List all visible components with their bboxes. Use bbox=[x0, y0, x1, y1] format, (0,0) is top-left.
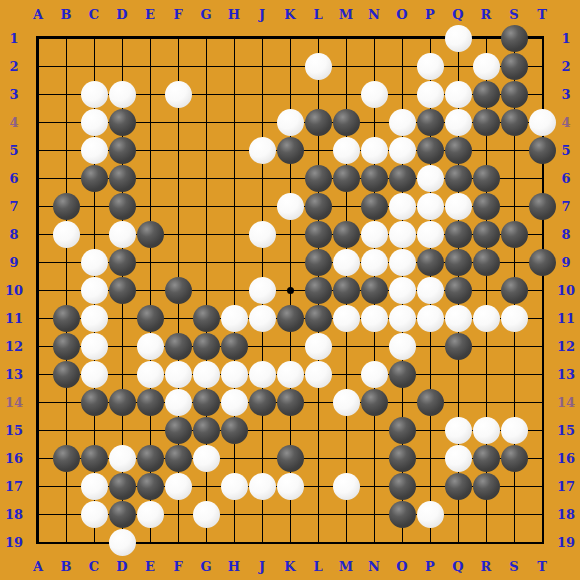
intersection-E12[interactable] bbox=[136, 332, 164, 360]
intersection-F17[interactable] bbox=[164, 472, 192, 500]
intersection-C5[interactable] bbox=[80, 136, 108, 164]
intersection-C2[interactable] bbox=[80, 52, 108, 80]
intersection-B9[interactable] bbox=[52, 248, 80, 276]
intersection-L4[interactable] bbox=[304, 108, 332, 136]
intersection-M15[interactable] bbox=[332, 416, 360, 444]
intersection-P17[interactable] bbox=[416, 472, 444, 500]
intersection-D8[interactable] bbox=[108, 220, 136, 248]
intersection-M14[interactable] bbox=[332, 388, 360, 416]
intersection-N18[interactable] bbox=[360, 500, 388, 528]
intersection-A9[interactable] bbox=[24, 248, 52, 276]
intersection-E9[interactable] bbox=[136, 248, 164, 276]
intersection-D15[interactable] bbox=[108, 416, 136, 444]
intersection-K8[interactable] bbox=[276, 220, 304, 248]
intersection-G15[interactable] bbox=[192, 416, 220, 444]
intersection-J13[interactable] bbox=[248, 360, 276, 388]
intersection-A4[interactable] bbox=[24, 108, 52, 136]
intersection-R7[interactable] bbox=[472, 192, 500, 220]
intersection-N13[interactable] bbox=[360, 360, 388, 388]
intersection-M16[interactable] bbox=[332, 444, 360, 472]
intersection-J10[interactable] bbox=[248, 276, 276, 304]
intersection-O4[interactable] bbox=[388, 108, 416, 136]
intersection-A10[interactable] bbox=[24, 276, 52, 304]
intersection-E3[interactable] bbox=[136, 80, 164, 108]
intersection-H10[interactable] bbox=[220, 276, 248, 304]
intersection-O14[interactable] bbox=[388, 388, 416, 416]
intersection-R3[interactable] bbox=[472, 80, 500, 108]
intersection-H17[interactable] bbox=[220, 472, 248, 500]
intersection-B16[interactable] bbox=[52, 444, 80, 472]
intersection-B15[interactable] bbox=[52, 416, 80, 444]
intersection-L15[interactable] bbox=[304, 416, 332, 444]
intersection-Q7[interactable] bbox=[444, 192, 472, 220]
intersection-G9[interactable] bbox=[192, 248, 220, 276]
intersection-F5[interactable] bbox=[164, 136, 192, 164]
intersection-L18[interactable] bbox=[304, 500, 332, 528]
intersection-O2[interactable] bbox=[388, 52, 416, 80]
intersection-E4[interactable] bbox=[136, 108, 164, 136]
intersection-D14[interactable] bbox=[108, 388, 136, 416]
intersection-S9[interactable] bbox=[500, 248, 528, 276]
intersection-K1[interactable] bbox=[276, 24, 304, 52]
intersection-B5[interactable] bbox=[52, 136, 80, 164]
intersection-M17[interactable] bbox=[332, 472, 360, 500]
intersection-P2[interactable] bbox=[416, 52, 444, 80]
intersection-S1[interactable] bbox=[500, 24, 528, 52]
intersection-E13[interactable] bbox=[136, 360, 164, 388]
intersection-D17[interactable] bbox=[108, 472, 136, 500]
intersection-D1[interactable] bbox=[108, 24, 136, 52]
intersection-F4[interactable] bbox=[164, 108, 192, 136]
intersection-M1[interactable] bbox=[332, 24, 360, 52]
intersection-J2[interactable] bbox=[248, 52, 276, 80]
intersection-B3[interactable] bbox=[52, 80, 80, 108]
intersection-M2[interactable] bbox=[332, 52, 360, 80]
intersection-O11[interactable] bbox=[388, 304, 416, 332]
intersection-J6[interactable] bbox=[248, 164, 276, 192]
intersection-K11[interactable] bbox=[276, 304, 304, 332]
intersection-R6[interactable] bbox=[472, 164, 500, 192]
intersection-C13[interactable] bbox=[80, 360, 108, 388]
intersection-H12[interactable] bbox=[220, 332, 248, 360]
intersection-C15[interactable] bbox=[80, 416, 108, 444]
intersection-F11[interactable] bbox=[164, 304, 192, 332]
intersection-F2[interactable] bbox=[164, 52, 192, 80]
intersection-C16[interactable] bbox=[80, 444, 108, 472]
intersection-S2[interactable] bbox=[500, 52, 528, 80]
intersection-F10[interactable] bbox=[164, 276, 192, 304]
intersection-P11[interactable] bbox=[416, 304, 444, 332]
intersection-O13[interactable] bbox=[388, 360, 416, 388]
intersection-G11[interactable] bbox=[192, 304, 220, 332]
intersection-J4[interactable] bbox=[248, 108, 276, 136]
intersection-A18[interactable] bbox=[24, 500, 52, 528]
intersection-M3[interactable] bbox=[332, 80, 360, 108]
intersection-P16[interactable] bbox=[416, 444, 444, 472]
intersection-A3[interactable] bbox=[24, 80, 52, 108]
intersection-R15[interactable] bbox=[472, 416, 500, 444]
intersection-N1[interactable] bbox=[360, 24, 388, 52]
intersection-A14[interactable] bbox=[24, 388, 52, 416]
intersection-E11[interactable] bbox=[136, 304, 164, 332]
intersection-K16[interactable] bbox=[276, 444, 304, 472]
intersection-P9[interactable] bbox=[416, 248, 444, 276]
intersection-C3[interactable] bbox=[80, 80, 108, 108]
intersection-L11[interactable] bbox=[304, 304, 332, 332]
intersection-J9[interactable] bbox=[248, 248, 276, 276]
intersection-P13[interactable] bbox=[416, 360, 444, 388]
intersection-E17[interactable] bbox=[136, 472, 164, 500]
intersection-R18[interactable] bbox=[472, 500, 500, 528]
intersection-O5[interactable] bbox=[388, 136, 416, 164]
intersection-H14[interactable] bbox=[220, 388, 248, 416]
intersection-S6[interactable] bbox=[500, 164, 528, 192]
intersection-L14[interactable] bbox=[304, 388, 332, 416]
intersection-Q3[interactable] bbox=[444, 80, 472, 108]
intersection-C8[interactable] bbox=[80, 220, 108, 248]
intersection-K6[interactable] bbox=[276, 164, 304, 192]
intersection-D4[interactable] bbox=[108, 108, 136, 136]
intersection-F13[interactable] bbox=[164, 360, 192, 388]
intersection-L10[interactable] bbox=[304, 276, 332, 304]
intersection-O7[interactable] bbox=[388, 192, 416, 220]
intersection-D5[interactable] bbox=[108, 136, 136, 164]
intersection-F6[interactable] bbox=[164, 164, 192, 192]
intersection-O15[interactable] bbox=[388, 416, 416, 444]
intersection-N9[interactable] bbox=[360, 248, 388, 276]
intersection-B7[interactable] bbox=[52, 192, 80, 220]
intersection-A2[interactable] bbox=[24, 52, 52, 80]
intersection-M7[interactable] bbox=[332, 192, 360, 220]
intersection-H5[interactable] bbox=[220, 136, 248, 164]
intersection-Q12[interactable] bbox=[444, 332, 472, 360]
intersection-B17[interactable] bbox=[52, 472, 80, 500]
intersection-G17[interactable] bbox=[192, 472, 220, 500]
intersection-B6[interactable] bbox=[52, 164, 80, 192]
intersection-O10[interactable] bbox=[388, 276, 416, 304]
intersection-G2[interactable] bbox=[192, 52, 220, 80]
intersection-G13[interactable] bbox=[192, 360, 220, 388]
intersection-B11[interactable] bbox=[52, 304, 80, 332]
intersection-H9[interactable] bbox=[220, 248, 248, 276]
intersection-S17[interactable] bbox=[500, 472, 528, 500]
intersection-Q1[interactable] bbox=[444, 24, 472, 52]
intersection-K3[interactable] bbox=[276, 80, 304, 108]
intersection-B1[interactable] bbox=[52, 24, 80, 52]
intersection-H18[interactable] bbox=[220, 500, 248, 528]
intersection-R2[interactable] bbox=[472, 52, 500, 80]
intersection-J3[interactable] bbox=[248, 80, 276, 108]
intersection-N8[interactable] bbox=[360, 220, 388, 248]
intersection-R9[interactable] bbox=[472, 248, 500, 276]
intersection-N2[interactable] bbox=[360, 52, 388, 80]
intersection-E6[interactable] bbox=[136, 164, 164, 192]
intersection-S13[interactable] bbox=[500, 360, 528, 388]
intersection-N3[interactable] bbox=[360, 80, 388, 108]
intersection-H7[interactable] bbox=[220, 192, 248, 220]
intersection-Q9[interactable] bbox=[444, 248, 472, 276]
intersection-N5[interactable] bbox=[360, 136, 388, 164]
intersection-L6[interactable] bbox=[304, 164, 332, 192]
intersection-B8[interactable] bbox=[52, 220, 80, 248]
intersection-F12[interactable] bbox=[164, 332, 192, 360]
intersection-K12[interactable] bbox=[276, 332, 304, 360]
intersection-C12[interactable] bbox=[80, 332, 108, 360]
intersection-O9[interactable] bbox=[388, 248, 416, 276]
intersection-P7[interactable] bbox=[416, 192, 444, 220]
intersection-O12[interactable] bbox=[388, 332, 416, 360]
intersection-D12[interactable] bbox=[108, 332, 136, 360]
intersection-J17[interactable] bbox=[248, 472, 276, 500]
intersection-S8[interactable] bbox=[500, 220, 528, 248]
intersection-G6[interactable] bbox=[192, 164, 220, 192]
intersection-B2[interactable] bbox=[52, 52, 80, 80]
intersection-E8[interactable] bbox=[136, 220, 164, 248]
intersection-P1[interactable] bbox=[416, 24, 444, 52]
intersection-N7[interactable] bbox=[360, 192, 388, 220]
intersection-A16[interactable] bbox=[24, 444, 52, 472]
intersection-C10[interactable] bbox=[80, 276, 108, 304]
intersection-S3[interactable] bbox=[500, 80, 528, 108]
intersection-N6[interactable] bbox=[360, 164, 388, 192]
intersection-A7[interactable] bbox=[24, 192, 52, 220]
intersection-L2[interactable] bbox=[304, 52, 332, 80]
intersection-R13[interactable] bbox=[472, 360, 500, 388]
intersection-N12[interactable] bbox=[360, 332, 388, 360]
intersection-C17[interactable] bbox=[80, 472, 108, 500]
intersection-A6[interactable] bbox=[24, 164, 52, 192]
intersection-R17[interactable] bbox=[472, 472, 500, 500]
intersection-N4[interactable] bbox=[360, 108, 388, 136]
intersection-O16[interactable] bbox=[388, 444, 416, 472]
intersection-Q17[interactable] bbox=[444, 472, 472, 500]
intersection-S12[interactable] bbox=[500, 332, 528, 360]
intersection-L3[interactable] bbox=[304, 80, 332, 108]
intersection-Q14[interactable] bbox=[444, 388, 472, 416]
intersection-D11[interactable] bbox=[108, 304, 136, 332]
intersection-Q5[interactable] bbox=[444, 136, 472, 164]
intersection-Q8[interactable] bbox=[444, 220, 472, 248]
intersection-R4[interactable] bbox=[472, 108, 500, 136]
intersection-C7[interactable] bbox=[80, 192, 108, 220]
intersection-G8[interactable] bbox=[192, 220, 220, 248]
intersection-B13[interactable] bbox=[52, 360, 80, 388]
intersection-M4[interactable] bbox=[332, 108, 360, 136]
intersection-L13[interactable] bbox=[304, 360, 332, 388]
intersection-D16[interactable] bbox=[108, 444, 136, 472]
intersection-R8[interactable] bbox=[472, 220, 500, 248]
intersection-M11[interactable] bbox=[332, 304, 360, 332]
intersection-D3[interactable] bbox=[108, 80, 136, 108]
intersection-J1[interactable] bbox=[248, 24, 276, 52]
intersection-R14[interactable] bbox=[472, 388, 500, 416]
intersection-J12[interactable] bbox=[248, 332, 276, 360]
intersection-N16[interactable] bbox=[360, 444, 388, 472]
intersection-B4[interactable] bbox=[52, 108, 80, 136]
intersection-P3[interactable] bbox=[416, 80, 444, 108]
intersection-J5[interactable] bbox=[248, 136, 276, 164]
intersection-P4[interactable] bbox=[416, 108, 444, 136]
intersection-C11[interactable] bbox=[80, 304, 108, 332]
intersection-Q13[interactable] bbox=[444, 360, 472, 388]
intersection-E14[interactable] bbox=[136, 388, 164, 416]
intersection-F14[interactable] bbox=[164, 388, 192, 416]
intersection-M8[interactable] bbox=[332, 220, 360, 248]
intersection-J14[interactable] bbox=[248, 388, 276, 416]
intersection-Q18[interactable] bbox=[444, 500, 472, 528]
intersection-S15[interactable] bbox=[500, 416, 528, 444]
intersection-E18[interactable] bbox=[136, 500, 164, 528]
intersection-O17[interactable] bbox=[388, 472, 416, 500]
intersection-Q4[interactable] bbox=[444, 108, 472, 136]
intersection-L17[interactable] bbox=[304, 472, 332, 500]
intersection-R16[interactable] bbox=[472, 444, 500, 472]
intersection-H16[interactable] bbox=[220, 444, 248, 472]
intersection-L16[interactable] bbox=[304, 444, 332, 472]
intersection-S5[interactable] bbox=[500, 136, 528, 164]
intersection-S14[interactable] bbox=[500, 388, 528, 416]
intersection-A1[interactable] bbox=[24, 24, 52, 52]
intersection-S4[interactable] bbox=[500, 108, 528, 136]
intersection-A5[interactable] bbox=[24, 136, 52, 164]
intersection-G7[interactable] bbox=[192, 192, 220, 220]
intersection-D18[interactable] bbox=[108, 500, 136, 528]
intersection-N15[interactable] bbox=[360, 416, 388, 444]
intersection-K15[interactable] bbox=[276, 416, 304, 444]
intersection-Q10[interactable] bbox=[444, 276, 472, 304]
intersection-F1[interactable] bbox=[164, 24, 192, 52]
intersection-J16[interactable] bbox=[248, 444, 276, 472]
intersection-S11[interactable] bbox=[500, 304, 528, 332]
intersection-C1[interactable] bbox=[80, 24, 108, 52]
intersection-G16[interactable] bbox=[192, 444, 220, 472]
intersection-K17[interactable] bbox=[276, 472, 304, 500]
intersection-Q11[interactable] bbox=[444, 304, 472, 332]
intersection-M9[interactable] bbox=[332, 248, 360, 276]
intersection-O3[interactable] bbox=[388, 80, 416, 108]
intersection-L12[interactable] bbox=[304, 332, 332, 360]
intersection-S10[interactable] bbox=[500, 276, 528, 304]
intersection-F8[interactable] bbox=[164, 220, 192, 248]
intersection-C4[interactable] bbox=[80, 108, 108, 136]
intersection-G3[interactable] bbox=[192, 80, 220, 108]
intersection-K10[interactable] bbox=[276, 276, 304, 304]
intersection-E16[interactable] bbox=[136, 444, 164, 472]
intersection-A13[interactable] bbox=[24, 360, 52, 388]
intersection-H15[interactable] bbox=[220, 416, 248, 444]
intersection-D9[interactable] bbox=[108, 248, 136, 276]
intersection-E7[interactable] bbox=[136, 192, 164, 220]
intersection-F18[interactable] bbox=[164, 500, 192, 528]
intersection-G18[interactable] bbox=[192, 500, 220, 528]
intersection-E1[interactable] bbox=[136, 24, 164, 52]
intersection-P8[interactable] bbox=[416, 220, 444, 248]
intersection-M13[interactable] bbox=[332, 360, 360, 388]
intersection-D6[interactable] bbox=[108, 164, 136, 192]
intersection-R12[interactable] bbox=[472, 332, 500, 360]
intersection-E2[interactable] bbox=[136, 52, 164, 80]
intersection-K2[interactable] bbox=[276, 52, 304, 80]
intersection-P10[interactable] bbox=[416, 276, 444, 304]
intersection-L7[interactable] bbox=[304, 192, 332, 220]
intersection-J7[interactable] bbox=[248, 192, 276, 220]
intersection-F16[interactable] bbox=[164, 444, 192, 472]
intersection-K18[interactable] bbox=[276, 500, 304, 528]
intersection-Q2[interactable] bbox=[444, 52, 472, 80]
intersection-A17[interactable] bbox=[24, 472, 52, 500]
intersection-D7[interactable] bbox=[108, 192, 136, 220]
intersection-M18[interactable] bbox=[332, 500, 360, 528]
intersection-P14[interactable] bbox=[416, 388, 444, 416]
intersection-B14[interactable] bbox=[52, 388, 80, 416]
intersection-S7[interactable] bbox=[500, 192, 528, 220]
intersection-G1[interactable] bbox=[192, 24, 220, 52]
intersection-R1[interactable] bbox=[472, 24, 500, 52]
intersection-G12[interactable] bbox=[192, 332, 220, 360]
intersection-B12[interactable] bbox=[52, 332, 80, 360]
intersection-O8[interactable] bbox=[388, 220, 416, 248]
intersection-P6[interactable] bbox=[416, 164, 444, 192]
intersection-R11[interactable] bbox=[472, 304, 500, 332]
intersection-K9[interactable] bbox=[276, 248, 304, 276]
intersection-P15[interactable] bbox=[416, 416, 444, 444]
intersection-O18[interactable] bbox=[388, 500, 416, 528]
intersection-M6[interactable] bbox=[332, 164, 360, 192]
intersection-A12[interactable] bbox=[24, 332, 52, 360]
intersection-C14[interactable] bbox=[80, 388, 108, 416]
intersection-H1[interactable] bbox=[220, 24, 248, 52]
intersection-J11[interactable] bbox=[248, 304, 276, 332]
intersection-N10[interactable] bbox=[360, 276, 388, 304]
intersection-C9[interactable] bbox=[80, 248, 108, 276]
intersection-O6[interactable] bbox=[388, 164, 416, 192]
intersection-J15[interactable] bbox=[248, 416, 276, 444]
intersection-M5[interactable] bbox=[332, 136, 360, 164]
intersection-H8[interactable] bbox=[220, 220, 248, 248]
intersection-F7[interactable] bbox=[164, 192, 192, 220]
intersection-H6[interactable] bbox=[220, 164, 248, 192]
intersection-K13[interactable] bbox=[276, 360, 304, 388]
intersection-C18[interactable] bbox=[80, 500, 108, 528]
intersection-L9[interactable] bbox=[304, 248, 332, 276]
intersection-R10[interactable] bbox=[472, 276, 500, 304]
intersection-A8[interactable] bbox=[24, 220, 52, 248]
intersection-Q16[interactable] bbox=[444, 444, 472, 472]
intersection-E15[interactable] bbox=[136, 416, 164, 444]
intersection-P18[interactable] bbox=[416, 500, 444, 528]
intersection-J8[interactable] bbox=[248, 220, 276, 248]
intersection-R5[interactable] bbox=[472, 136, 500, 164]
intersection-M12[interactable] bbox=[332, 332, 360, 360]
intersection-Q15[interactable] bbox=[444, 416, 472, 444]
intersection-S18[interactable] bbox=[500, 500, 528, 528]
intersection-A11[interactable] bbox=[24, 304, 52, 332]
intersection-L1[interactable] bbox=[304, 24, 332, 52]
intersection-H3[interactable] bbox=[220, 80, 248, 108]
intersection-K5[interactable] bbox=[276, 136, 304, 164]
intersection-F9[interactable] bbox=[164, 248, 192, 276]
intersection-D10[interactable] bbox=[108, 276, 136, 304]
intersection-D2[interactable] bbox=[108, 52, 136, 80]
intersection-N17[interactable] bbox=[360, 472, 388, 500]
intersection-A15[interactable] bbox=[24, 416, 52, 444]
intersection-F3[interactable] bbox=[164, 80, 192, 108]
intersection-B18[interactable] bbox=[52, 500, 80, 528]
intersection-P12[interactable] bbox=[416, 332, 444, 360]
intersection-E10[interactable] bbox=[136, 276, 164, 304]
intersection-L8[interactable] bbox=[304, 220, 332, 248]
intersection-K14[interactable] bbox=[276, 388, 304, 416]
